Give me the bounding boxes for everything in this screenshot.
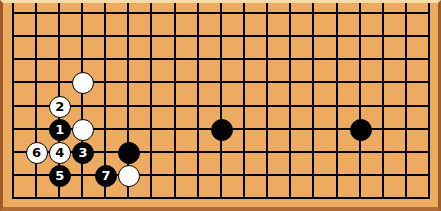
board-cell[interactable]: [2, 164, 25, 187]
board-cell[interactable]: [372, 49, 395, 72]
board-cell[interactable]: [187, 164, 210, 187]
board-cell[interactable]: [280, 164, 303, 187]
board-cell[interactable]: [256, 118, 279, 141]
board-cell[interactable]: [141, 95, 164, 118]
board-cell[interactable]: [418, 26, 441, 49]
black-stone[interactable]: [211, 119, 233, 141]
board-cell[interactable]: [418, 118, 441, 141]
move-number-label: 5: [55, 169, 64, 182]
board-cell[interactable]: [349, 2, 372, 25]
board-cell[interactable]: 3: [71, 141, 94, 164]
board-cell[interactable]: [210, 188, 233, 211]
go-board-diagram: 2164357: [0, 0, 441, 211]
board-cell[interactable]: [48, 49, 71, 72]
board-cell[interactable]: [349, 72, 372, 95]
board-cell[interactable]: [326, 26, 349, 49]
board-cell[interactable]: [141, 49, 164, 72]
board-cell[interactable]: [372, 164, 395, 187]
board-cell[interactable]: [118, 72, 141, 95]
board-cell[interactable]: [395, 164, 418, 187]
black-stone[interactable]: 7: [95, 165, 117, 187]
board-cell[interactable]: [25, 164, 48, 187]
move-number-label: 6: [32, 146, 41, 159]
board-cell[interactable]: [210, 49, 233, 72]
board-cell[interactable]: [141, 141, 164, 164]
board-cell[interactable]: [326, 49, 349, 72]
board-cell[interactable]: [141, 72, 164, 95]
board-cell[interactable]: 5: [48, 164, 71, 187]
board-cell[interactable]: [210, 95, 233, 118]
board-cell[interactable]: [395, 95, 418, 118]
board-cell[interactable]: [303, 72, 326, 95]
board-cell[interactable]: [210, 72, 233, 95]
board-cell[interactable]: [71, 118, 94, 141]
board-cell[interactable]: [141, 26, 164, 49]
board-cell[interactable]: [303, 95, 326, 118]
board-cell[interactable]: [280, 95, 303, 118]
board-cell[interactable]: [25, 49, 48, 72]
black-stone[interactable]: 1: [49, 119, 71, 141]
board-cell[interactable]: [395, 2, 418, 25]
board-cell[interactable]: [95, 26, 118, 49]
board-cell[interactable]: [395, 141, 418, 164]
board-cell[interactable]: [210, 164, 233, 187]
board-cell[interactable]: [326, 2, 349, 25]
board-cell[interactable]: [372, 141, 395, 164]
board-cell[interactable]: [256, 164, 279, 187]
board-cell[interactable]: [48, 26, 71, 49]
board-cell[interactable]: [233, 95, 256, 118]
board-cell[interactable]: [71, 2, 94, 25]
black-stone[interactable]: [118, 142, 140, 164]
board-cell[interactable]: [164, 141, 187, 164]
board-intersections: 2164357: [2, 2, 441, 210]
board-cell[interactable]: [349, 26, 372, 49]
board-cell[interactable]: [71, 95, 94, 118]
board-cell[interactable]: [71, 188, 94, 211]
board-cell[interactable]: [2, 49, 25, 72]
board-cell[interactable]: [118, 188, 141, 211]
board-cell[interactable]: [118, 49, 141, 72]
board-cell[interactable]: [256, 141, 279, 164]
white-stone[interactable]: 6: [26, 142, 48, 164]
board-cell[interactable]: [118, 141, 141, 164]
board-cell[interactable]: [349, 95, 372, 118]
board-cell[interactable]: [95, 118, 118, 141]
board-cell[interactable]: [2, 26, 25, 49]
board-cell[interactable]: [326, 118, 349, 141]
board-cell[interactable]: [48, 2, 71, 25]
board-cell[interactable]: [303, 26, 326, 49]
board-cell[interactable]: [418, 49, 441, 72]
board-cell[interactable]: [118, 26, 141, 49]
black-stone[interactable]: 3: [72, 142, 94, 164]
board-cell[interactable]: [256, 2, 279, 25]
board-cell[interactable]: [303, 49, 326, 72]
board-cell[interactable]: [233, 164, 256, 187]
board-cell[interactable]: [95, 141, 118, 164]
board-cell[interactable]: [256, 26, 279, 49]
board-cell[interactable]: [118, 95, 141, 118]
board-cell[interactable]: [326, 95, 349, 118]
board-cell[interactable]: [187, 188, 210, 211]
board-cell[interactable]: [349, 141, 372, 164]
board-cell[interactable]: [118, 2, 141, 25]
board-cell[interactable]: [233, 141, 256, 164]
board-cell[interactable]: 2: [48, 95, 71, 118]
board-cell[interactable]: [25, 95, 48, 118]
board-cell[interactable]: [187, 2, 210, 25]
board-cell[interactable]: [256, 72, 279, 95]
move-number-label: 2: [55, 100, 64, 113]
board-cell[interactable]: [326, 141, 349, 164]
board-cell[interactable]: [256, 49, 279, 72]
board-cell[interactable]: [280, 49, 303, 72]
board-cell[interactable]: [141, 164, 164, 187]
board-cell[interactable]: [280, 2, 303, 25]
board-cell[interactable]: [233, 72, 256, 95]
board-cell[interactable]: [118, 118, 141, 141]
board-cell[interactable]: [164, 95, 187, 118]
board-cell[interactable]: [233, 188, 256, 211]
board-cell[interactable]: [372, 118, 395, 141]
board-cell[interactable]: [187, 26, 210, 49]
board-cell[interactable]: [349, 118, 372, 141]
board-cell[interactable]: [2, 2, 25, 25]
board-cell[interactable]: [418, 188, 441, 211]
board-cell[interactable]: [25, 26, 48, 49]
board-cell[interactable]: 1: [48, 118, 71, 141]
white-stone[interactable]: [72, 72, 94, 94]
board-cell[interactable]: [303, 164, 326, 187]
board-cell[interactable]: [210, 118, 233, 141]
board-cell[interactable]: [372, 26, 395, 49]
board-cell[interactable]: [280, 188, 303, 211]
board-cell[interactable]: [48, 72, 71, 95]
board-cell[interactable]: [71, 72, 94, 95]
board-cell[interactable]: [25, 188, 48, 211]
move-number-label: 3: [78, 146, 87, 159]
board-cell[interactable]: 6: [25, 141, 48, 164]
white-stone[interactable]: [118, 165, 140, 187]
board-cell[interactable]: 7: [95, 164, 118, 187]
board-cell[interactable]: [210, 141, 233, 164]
board-cell[interactable]: [233, 2, 256, 25]
board-cell[interactable]: [2, 95, 25, 118]
board-cell[interactable]: [418, 72, 441, 95]
board-cell[interactable]: [25, 118, 48, 141]
board-cell[interactable]: [95, 2, 118, 25]
board-cell[interactable]: [280, 26, 303, 49]
board-cell[interactable]: [395, 72, 418, 95]
board-cell[interactable]: [48, 188, 71, 211]
board-cell[interactable]: [71, 49, 94, 72]
white-stone[interactable]: [72, 119, 94, 141]
board-cell[interactable]: [418, 141, 441, 164]
board-cell[interactable]: [210, 2, 233, 25]
white-stone[interactable]: 2: [49, 96, 71, 118]
move-number-label: 4: [55, 146, 64, 159]
board-cell[interactable]: [95, 72, 118, 95]
board-cell[interactable]: [2, 118, 25, 141]
move-number-label: 1: [55, 123, 64, 136]
board-cell[interactable]: [280, 118, 303, 141]
board-cell[interactable]: [210, 26, 233, 49]
board-cell[interactable]: [95, 188, 118, 211]
board-cell[interactable]: [141, 2, 164, 25]
board-cell[interactable]: [372, 72, 395, 95]
board-cell[interactable]: [2, 188, 25, 211]
board-cell[interactable]: [372, 188, 395, 211]
board-cell[interactable]: 4: [48, 141, 71, 164]
board-cell[interactable]: [233, 49, 256, 72]
board-cell[interactable]: [418, 164, 441, 187]
board-cell[interactable]: [95, 95, 118, 118]
board-cell[interactable]: [418, 95, 441, 118]
board-cell[interactable]: [187, 118, 210, 141]
white-stone[interactable]: 4: [49, 142, 71, 164]
board-cell[interactable]: [118, 164, 141, 187]
board-cell[interactable]: [303, 141, 326, 164]
board-cell[interactable]: [395, 49, 418, 72]
board-cell[interactable]: [164, 72, 187, 95]
board-cell[interactable]: [2, 141, 25, 164]
board-cell[interactable]: [95, 49, 118, 72]
board-cell[interactable]: [25, 2, 48, 25]
board-cell[interactable]: [418, 2, 441, 25]
board-cell[interactable]: [187, 49, 210, 72]
board-cell[interactable]: [395, 188, 418, 211]
board-cell[interactable]: [233, 26, 256, 49]
board-cell[interactable]: [25, 72, 48, 95]
board-cell[interactable]: [164, 2, 187, 25]
board-cell[interactable]: [256, 188, 279, 211]
board-cell[interactable]: [164, 26, 187, 49]
board-cell[interactable]: [187, 141, 210, 164]
board-cell[interactable]: [303, 188, 326, 211]
move-number-label: 7: [102, 169, 111, 182]
board-cell[interactable]: [164, 188, 187, 211]
board-cell[interactable]: [187, 95, 210, 118]
board-cell[interactable]: [303, 2, 326, 25]
board-cell[interactable]: [164, 118, 187, 141]
board-cell[interactable]: [349, 188, 372, 211]
board-cell[interactable]: [326, 188, 349, 211]
board-cell[interactable]: [303, 118, 326, 141]
black-stone[interactable]: [350, 119, 372, 141]
board-cell[interactable]: [256, 95, 279, 118]
board-cell[interactable]: [187, 72, 210, 95]
board-cell[interactable]: [372, 95, 395, 118]
board-cell[interactable]: [280, 72, 303, 95]
board-cell[interactable]: [2, 72, 25, 95]
board-cell[interactable]: [349, 164, 372, 187]
board-cell[interactable]: [164, 49, 187, 72]
board-cell[interactable]: [233, 118, 256, 141]
board-cell[interactable]: [395, 118, 418, 141]
board-cell[interactable]: [71, 164, 94, 187]
board-cell[interactable]: [349, 49, 372, 72]
board-cell[interactable]: [71, 26, 94, 49]
board-cell[interactable]: [164, 164, 187, 187]
board-cell[interactable]: [395, 26, 418, 49]
board-cell[interactable]: [326, 72, 349, 95]
board-cell[interactable]: [326, 164, 349, 187]
board-cell[interactable]: [141, 118, 164, 141]
board-cell[interactable]: [372, 2, 395, 25]
board-cell[interactable]: [280, 141, 303, 164]
board-cell[interactable]: [141, 188, 164, 211]
black-stone[interactable]: 5: [49, 165, 71, 187]
